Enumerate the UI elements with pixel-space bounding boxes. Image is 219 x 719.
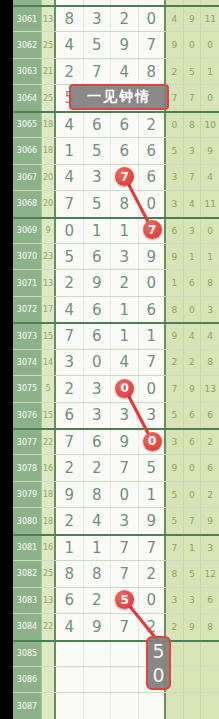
stat-cell: 9 — [184, 7, 202, 31]
stat-cell: 4 — [184, 191, 202, 216]
digit-cell: 7 — [56, 324, 84, 348]
stat-cell: 3 — [184, 219, 202, 243]
stat-cell — [166, 693, 184, 718]
count-cell: 22 — [42, 614, 56, 639]
partial-cell — [13, 0, 42, 5]
stat-cell — [201, 642, 219, 666]
issue-cell: 3075 — [13, 376, 42, 401]
count-cell: 13 — [42, 7, 56, 31]
stat-cell — [201, 667, 219, 692]
stat-cell — [201, 693, 219, 718]
issue-cell: 3063 — [13, 59, 42, 84]
issue-cell: 3064 — [13, 85, 42, 110]
issue-cell: 3062 — [13, 32, 42, 57]
count-cell: 15 — [42, 403, 56, 428]
digit-cell: 7 — [139, 350, 167, 375]
digit-cell: 1 — [111, 219, 139, 243]
stat-cell: 6 — [184, 270, 202, 295]
issue-cell: 3068 — [13, 191, 42, 216]
digit-cell: 5 — [84, 138, 112, 163]
digit-cell: 7 — [139, 32, 167, 57]
stat-cell — [184, 693, 202, 718]
stat-cell: 6 — [184, 430, 202, 454]
digit-cell: 5 — [139, 455, 167, 480]
digit-cell: 0 — [139, 588, 167, 613]
count-cell: 9 — [42, 219, 56, 243]
issue-cell: 3080 — [13, 508, 42, 533]
stat-cell: 11 — [201, 7, 219, 31]
issue-cell: 3086 — [13, 667, 42, 692]
stat-cell: 3 — [166, 191, 184, 216]
lottery-trend-chart: 3061138320491130622545979003063212748251… — [0, 0, 219, 719]
stat-cell: 6 — [201, 588, 219, 613]
digit-cell: 7 — [84, 59, 112, 84]
count-cell: 20 — [42, 165, 56, 190]
digit-cell: 5 — [84, 191, 112, 216]
trend-row-3069: 306990117630 — [13, 217, 219, 243]
stat-cell: 3 — [166, 588, 184, 613]
partial-cell — [184, 0, 202, 5]
issue-cell: 3070 — [13, 244, 42, 269]
digit-cell: 5 — [56, 244, 84, 269]
digit-cell: 2 — [56, 59, 84, 84]
stat-cell: 4 — [184, 324, 202, 348]
stat-cell: 1 — [184, 244, 202, 269]
prediction-digit-2: 0 — [152, 663, 164, 687]
stat-cell: 3 — [201, 536, 219, 560]
count-cell: 16 — [42, 455, 56, 480]
stat-cell: 8 — [201, 350, 219, 375]
stat-cell: 7 — [166, 376, 184, 401]
digit-cell: 1 — [111, 297, 139, 322]
trend-row-3066: 3066181566539 — [13, 137, 219, 163]
issue-cell: 3079 — [13, 482, 42, 507]
count-cell: 13 — [42, 588, 56, 613]
digit-cell — [56, 693, 84, 718]
stat-cell: 8 — [201, 614, 219, 639]
digit-cell — [84, 667, 112, 692]
issue-cell: 3072 — [13, 297, 42, 322]
stat-cell: 3 — [166, 165, 184, 190]
stat-cell: 12 — [201, 561, 219, 586]
stat-cell: 0 — [184, 297, 202, 322]
count-cell: 18 — [42, 138, 56, 163]
count-cell — [42, 693, 56, 718]
digit-cell: 1 — [84, 219, 112, 243]
digit-cell: 4 — [111, 59, 139, 84]
issue-cell: 3081 — [13, 536, 42, 560]
digit-cell: 2 — [84, 588, 112, 613]
digit-cell: 6 — [56, 403, 84, 428]
digit-cell: 2 — [139, 561, 167, 586]
stat-cell: 9 — [184, 614, 202, 639]
trend-row-3084: 3084224972298 — [13, 613, 219, 639]
digit-cell: 9 — [111, 32, 139, 57]
partial-top-row — [13, 0, 219, 5]
digit-cell: 5 — [84, 32, 112, 57]
digit-cell: 9 — [56, 482, 84, 507]
digit-cell: 4 — [56, 113, 84, 137]
issue-cell: 3077 — [13, 430, 42, 454]
stat-cell: 0 — [184, 455, 202, 480]
trend-row-3077: 3077227690362 — [13, 428, 219, 454]
digit-cell: 6 — [84, 297, 112, 322]
digit-cell: 0 — [139, 191, 167, 216]
partial-cell — [166, 0, 184, 5]
stat-cell: 5 — [166, 482, 184, 507]
digit-cell: 9 — [84, 270, 112, 295]
digit-cell: 3 — [84, 165, 112, 190]
stat-cell: 0 — [201, 85, 219, 110]
partial-cell — [84, 0, 112, 5]
stat-cell: 3 — [184, 138, 202, 163]
stat-cell: 6 — [184, 403, 202, 428]
digit-cell: 6 — [56, 588, 84, 613]
digit-cell: 7 — [139, 536, 167, 560]
trend-row-3081: 3081161177713 — [13, 534, 219, 560]
digit-cell: 1 — [139, 324, 167, 348]
digit-cell: 0 — [139, 7, 167, 31]
stamp-overlay: 一见钟情 — [69, 84, 169, 110]
digit-cell: 4 — [56, 614, 84, 639]
stat-cell: 3 — [166, 430, 184, 454]
digit-cell: 3 — [111, 244, 139, 269]
stat-cell: 0 — [184, 482, 202, 507]
stat-cell: 0 — [166, 113, 184, 137]
trend-row-3072: 3072174616803 — [13, 296, 219, 322]
count-cell: 23 — [42, 244, 56, 269]
digit-cell: 0 — [56, 219, 84, 243]
digit-cell: 3 — [84, 7, 112, 31]
trend-row-3068: 30682075803411 — [13, 190, 219, 216]
digit-cell: 6 — [111, 113, 139, 137]
stat-cell: 7 — [166, 536, 184, 560]
stat-cell: 3 — [184, 588, 202, 613]
digit-cell: 1 — [139, 482, 167, 507]
digit-cell: 3 — [111, 508, 139, 533]
digit-cell: 9 — [111, 430, 139, 454]
digit-cell: 2 — [56, 455, 84, 480]
stat-cell: 2 — [184, 350, 202, 375]
stat-cell: 4 — [201, 165, 219, 190]
trend-row-3087: 3087 — [13, 692, 219, 718]
trend-row-3079: 3079189801502 — [13, 481, 219, 507]
digit-cell: 2 — [84, 455, 112, 480]
stat-cell: 0 — [184, 32, 202, 57]
circled-digit-7: 7 — [143, 220, 162, 239]
issue-cell: 3082 — [13, 561, 42, 586]
stat-cell: 11 — [201, 191, 219, 216]
digit-cell — [139, 693, 167, 718]
stat-cell: 7 — [184, 85, 202, 110]
digit-cell: 0 — [84, 350, 112, 375]
digit-cell: 1 — [84, 536, 112, 560]
digit-cell: 1 — [56, 536, 84, 560]
digit-cell: 4 — [56, 32, 84, 57]
digit-cell: 2 — [139, 113, 167, 137]
stat-cell: 1 — [166, 270, 184, 295]
digit-cell: 7 — [56, 430, 84, 454]
issue-cell: 3074 — [13, 350, 42, 375]
trend-row-3071: 3071132920168 — [13, 269, 219, 295]
digit-cell: 1 — [111, 324, 139, 348]
digit-cell: 6 — [84, 113, 112, 137]
digit-cell: 6 — [139, 297, 167, 322]
digit-cell: 8 — [139, 59, 167, 84]
count-cell: 14 — [42, 350, 56, 375]
count-cell: 17 — [42, 297, 56, 322]
stat-cell: 2 — [166, 59, 184, 84]
digit-cell — [111, 667, 139, 692]
stat-cell: 9 — [166, 324, 184, 348]
digit-cell: 9 — [139, 244, 167, 269]
trend-row-3061: 30611383204911 — [13, 5, 219, 31]
digit-cell: 6 — [84, 430, 112, 454]
digit-cell: 8 — [84, 561, 112, 586]
count-cell: 18 — [42, 482, 56, 507]
issue-cell: 3083 — [13, 588, 42, 613]
stat-cell: 10 — [201, 113, 219, 137]
digit-cell — [84, 693, 112, 718]
stat-cell: 1 — [201, 244, 219, 269]
stat-cell: 7 — [184, 508, 202, 533]
partial-cell — [42, 0, 56, 5]
stat-cell: 8 — [166, 297, 184, 322]
digit-cell: 6 — [84, 324, 112, 348]
count-cell — [42, 667, 56, 692]
digit-cell: 4 — [56, 297, 84, 322]
prediction-digit-1: 5 — [152, 639, 164, 663]
digit-cell: 7 — [111, 536, 139, 560]
issue-cell: 3076 — [13, 403, 42, 428]
trend-row-3078: 3078162275906 — [13, 454, 219, 480]
trend-row-3082: 30822588728512 — [13, 560, 219, 586]
digit-cell: 1 — [56, 138, 84, 163]
stat-cell: 4 — [166, 7, 184, 31]
issue-cell: 3069 — [13, 219, 42, 243]
digit-cell: 4 — [56, 165, 84, 190]
digit-cell — [56, 642, 84, 666]
digit-cell: 0 — [139, 270, 167, 295]
count-cell — [42, 642, 56, 666]
count-cell: 25 — [42, 85, 56, 110]
digit-cell: 2 — [111, 7, 139, 31]
digit-cell: 8 — [56, 561, 84, 586]
issue-cell: 3061 — [13, 7, 42, 31]
trend-row-3086: 3086 — [13, 666, 219, 692]
stat-cell — [184, 642, 202, 666]
digit-cell: 3 — [139, 403, 167, 428]
digit-cell: 2 — [56, 508, 84, 533]
digit-cell: 7 — [56, 191, 84, 216]
stat-cell: 2 — [166, 614, 184, 639]
trend-row-3065: 30651846620810 — [13, 111, 219, 137]
issue-cell: 3084 — [13, 614, 42, 639]
count-cell: 21 — [42, 59, 56, 84]
count-cell: 5 — [42, 376, 56, 401]
trend-row-3063: 3063212748251 — [13, 58, 219, 84]
stat-cell: 2 — [201, 430, 219, 454]
digit-cell: 2 — [111, 270, 139, 295]
stat-cell: 4 — [201, 324, 219, 348]
digit-cell: 8 — [84, 482, 112, 507]
issue-cell: 3071 — [13, 270, 42, 295]
trend-row-3080: 3080182439579 — [13, 507, 219, 533]
stat-cell: 3 — [201, 297, 219, 322]
trend-row-3062: 3062254597900 — [13, 31, 219, 57]
count-cell: 15 — [42, 324, 56, 348]
stat-cell: 8 — [184, 113, 202, 137]
stat-cell: 9 — [166, 244, 184, 269]
stat-cell: 9 — [166, 455, 184, 480]
stat-cell: 9 — [166, 32, 184, 57]
digit-cell: 3 — [84, 403, 112, 428]
digit-cell: 7 — [111, 455, 139, 480]
prediction-box: 5 0 — [146, 636, 171, 690]
issue-cell: 3087 — [13, 693, 42, 718]
digit-cell: 0 — [111, 482, 139, 507]
digit-cell — [111, 693, 139, 718]
stat-cell: 2 — [201, 482, 219, 507]
stat-cell: 13 — [201, 376, 219, 401]
circled-digit-0: 0 — [143, 432, 162, 451]
digit-cell: 8 — [56, 7, 84, 31]
partial-cell — [111, 0, 139, 5]
stat-cell — [184, 667, 202, 692]
stat-cell: 7 — [184, 165, 202, 190]
count-cell: 22 — [42, 430, 56, 454]
trend-row-3073: 3073157611944 — [13, 322, 219, 348]
digit-cell: 3 — [56, 350, 84, 375]
stat-cell: 5 — [184, 561, 202, 586]
stat-cell: 1 — [201, 59, 219, 84]
digit-cell: 3 — [111, 403, 139, 428]
digit-cell: 2 — [56, 376, 84, 401]
count-cell: 13 — [42, 270, 56, 295]
stat-cell: 6 — [166, 219, 184, 243]
trend-row-3085: 3085 — [13, 640, 219, 666]
digit-cell: 4 — [111, 350, 139, 375]
count-cell: 16 — [42, 536, 56, 560]
digit-cell: 7 — [111, 561, 139, 586]
stat-cell: 5 — [166, 508, 184, 533]
stat-cell: 5 — [166, 138, 184, 163]
digit-cell — [111, 642, 139, 666]
issue-cell: 3066 — [13, 138, 42, 163]
digit-cell: 9 — [139, 508, 167, 533]
digit-cell — [56, 667, 84, 692]
issue-cell: 3078 — [13, 455, 42, 480]
count-cell: 25 — [42, 561, 56, 586]
trend-row-3074: 3074143047228 — [13, 349, 219, 375]
stat-cell: 5 — [184, 59, 202, 84]
trend-row-3076: 3076156333566 — [13, 402, 219, 428]
stat-cell: 2 — [166, 350, 184, 375]
digit-cell: 9 — [84, 614, 112, 639]
digit-cell: 4 — [84, 508, 112, 533]
partial-cell — [56, 0, 84, 5]
digit-cell: 6 — [139, 138, 167, 163]
stat-cell: 0 — [201, 219, 219, 243]
digit-cell: 7 — [111, 614, 139, 639]
issue-cell: 3065 — [13, 113, 42, 137]
partial-cell — [201, 0, 219, 5]
stat-cell: 6 — [201, 455, 219, 480]
digit-cell: 0 — [139, 376, 167, 401]
stat-cell: 8 — [201, 270, 219, 295]
count-cell: 18 — [42, 508, 56, 533]
digit-cell: 8 — [111, 191, 139, 216]
issue-cell: 3067 — [13, 165, 42, 190]
trend-row-3070: 3070235639911 — [13, 243, 219, 269]
stat-cell: 5 — [166, 403, 184, 428]
digit-cell: 3 — [84, 376, 112, 401]
stat-cell: 0 — [201, 32, 219, 57]
stat-cell: 9 — [201, 138, 219, 163]
issue-cell: 3085 — [13, 642, 42, 666]
stat-cell: 9 — [184, 376, 202, 401]
digit-cell: 6 — [84, 244, 112, 269]
count-cell: 20 — [42, 191, 56, 216]
digit-cell — [84, 642, 112, 666]
stat-cell: 6 — [201, 403, 219, 428]
issue-cell: 3073 — [13, 324, 42, 348]
digit-cell: 6 — [139, 165, 167, 190]
stat-cell: 9 — [201, 508, 219, 533]
count-cell: 25 — [42, 32, 56, 57]
stat-cell: 1 — [184, 536, 202, 560]
count-cell: 18 — [42, 113, 56, 137]
partial-cell — [139, 0, 167, 5]
stat-cell: 8 — [166, 561, 184, 586]
digit-cell: 6 — [111, 138, 139, 163]
digit-cell: 2 — [56, 270, 84, 295]
